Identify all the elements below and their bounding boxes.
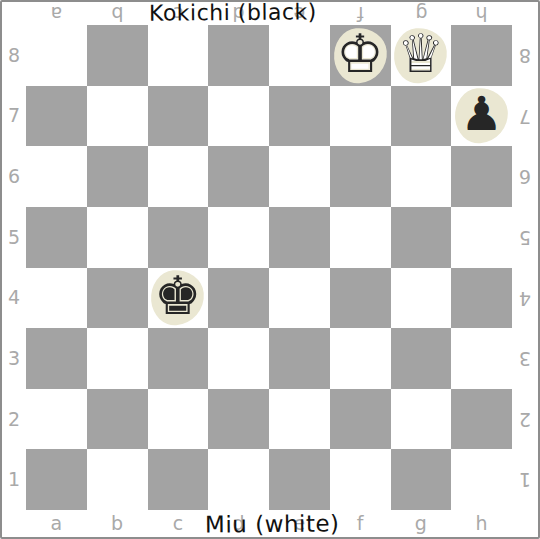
rank-label-5: 5 [2,207,26,268]
square-e2[interactable] [269,389,330,450]
white-player-label: Miu (white) [205,510,340,537]
rank-label-2: 2 [2,389,26,450]
rank-label-7: 7 [2,86,26,147]
square-b7[interactable] [87,86,148,147]
square-f2[interactable] [330,389,391,450]
file-label-a: a [26,510,87,537]
square-d3[interactable] [208,328,269,389]
square-h6[interactable] [451,146,512,207]
square-c2[interactable] [148,389,209,450]
file-label-a: a [26,2,87,25]
square-b3[interactable] [87,328,148,389]
square-b2[interactable] [87,389,148,450]
square-d1[interactable] [208,449,269,510]
square-d7[interactable] [208,86,269,147]
square-g1[interactable] [391,449,452,510]
square-a1[interactable] [26,449,87,510]
square-f4[interactable] [330,268,391,329]
rank-label-5: 5 [512,207,538,268]
black-pawn-icon: ♟ [461,90,503,137]
square-h1[interactable] [451,449,512,510]
piece-black-pawn[interactable]: ♟ [451,86,512,147]
piece-white-king[interactable]: ♚♔ [330,25,391,86]
square-g5[interactable] [391,207,452,268]
square-h3[interactable] [451,328,512,389]
square-g4[interactable] [391,268,452,329]
square-b6[interactable] [87,146,148,207]
chess-board: ♚♔♛♕♟♚ [26,25,512,510]
white-queen-icon: ♕ [397,27,445,80]
rank-label-1: 1 [512,449,538,510]
black-king-icon: ♚ [154,269,202,322]
white-king-icon: ♔ [336,27,384,80]
square-e8[interactable] [269,25,330,86]
rank-labels-right: 87654321 [512,25,538,510]
square-a4[interactable] [26,268,87,329]
square-f3[interactable] [330,328,391,389]
square-e4[interactable] [269,268,330,329]
square-a2[interactable] [26,389,87,450]
square-f1[interactable] [330,449,391,510]
file-label-g: g [391,2,452,25]
rank-labels-left: 87654321 [2,25,26,510]
square-f5[interactable] [330,207,391,268]
square-h8[interactable] [451,25,512,86]
piece-black-king[interactable]: ♚ [148,268,209,329]
square-h5[interactable] [451,207,512,268]
square-c5[interactable] [148,207,209,268]
rank-label-2: 2 [512,389,538,450]
square-g2[interactable] [391,389,452,450]
square-f8[interactable]: ♚♔ [330,25,391,86]
file-label-h: h [451,510,512,537]
square-b4[interactable] [87,268,148,329]
square-e5[interactable] [269,207,330,268]
piece-white-queen[interactable]: ♛♕ [391,25,452,86]
square-a3[interactable] [26,328,87,389]
square-c1[interactable] [148,449,209,510]
file-label-f: f [330,2,391,25]
square-b1[interactable] [87,449,148,510]
square-d2[interactable] [208,389,269,450]
square-f6[interactable] [330,146,391,207]
chessboard-frame: abcdefgh 87654321 87654321 abcdefgh ♚♔♛♕… [0,0,540,539]
square-a5[interactable] [26,207,87,268]
square-e1[interactable] [269,449,330,510]
file-label-c: c [148,510,209,537]
square-d8[interactable] [208,25,269,86]
rank-label-6: 6 [2,146,26,207]
file-label-b: b [87,510,148,537]
square-d4[interactable] [208,268,269,329]
square-b8[interactable] [87,25,148,86]
square-a8[interactable] [26,25,87,86]
square-g7[interactable] [391,86,452,147]
square-e3[interactable] [269,328,330,389]
square-g3[interactable] [391,328,452,389]
rank-label-1: 1 [2,449,26,510]
rank-label-8: 8 [2,25,26,86]
square-h7[interactable]: ♟ [451,86,512,147]
rank-label-4: 4 [2,268,26,329]
square-a7[interactable] [26,86,87,147]
square-c8[interactable] [148,25,209,86]
file-label-b: b [87,2,148,25]
square-d6[interactable] [208,146,269,207]
file-label-h: h [451,2,512,25]
square-c4[interactable]: ♚ [148,268,209,329]
rank-label-8: 8 [512,25,538,86]
rank-label-3: 3 [512,328,538,389]
square-a6[interactable] [26,146,87,207]
square-c6[interactable] [148,146,209,207]
rank-label-7: 7 [512,86,538,147]
square-b5[interactable] [87,207,148,268]
square-h2[interactable] [451,389,512,450]
square-d5[interactable] [208,207,269,268]
rank-label-6: 6 [512,146,538,207]
square-e7[interactable] [269,86,330,147]
square-c7[interactable] [148,86,209,147]
rank-label-4: 4 [512,268,538,329]
square-g8[interactable]: ♛♕ [391,25,452,86]
square-c3[interactable] [148,328,209,389]
rank-label-3: 3 [2,328,26,389]
square-g6[interactable] [391,146,452,207]
square-e6[interactable] [269,146,330,207]
square-f7[interactable] [330,86,391,147]
square-h4[interactable] [451,268,512,329]
black-player-label: Kokichi (black) [149,0,317,26]
file-label-g: g [391,510,452,537]
